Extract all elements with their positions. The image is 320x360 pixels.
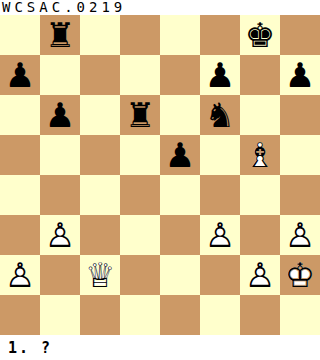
square-d6[interactable]: ♜ xyxy=(120,95,160,135)
piece-white-king: ♚♔ xyxy=(280,255,320,295)
piece-black-knight: ♞ xyxy=(200,95,240,135)
square-f5[interactable] xyxy=(200,135,240,175)
square-h6[interactable] xyxy=(280,95,320,135)
square-g1[interactable] xyxy=(240,295,280,335)
piece-black-pawn: ♟ xyxy=(200,55,240,95)
square-f4[interactable] xyxy=(200,175,240,215)
square-c5[interactable] xyxy=(80,135,120,175)
square-b5[interactable] xyxy=(40,135,80,175)
square-d4[interactable] xyxy=(120,175,160,215)
piece-black-pawn: ♟ xyxy=(160,135,200,175)
square-d8[interactable] xyxy=(120,15,160,55)
square-c1[interactable] xyxy=(80,295,120,335)
square-c6[interactable] xyxy=(80,95,120,135)
square-a7[interactable]: ♟ xyxy=(0,55,40,95)
piece-black-king: ♚ xyxy=(240,15,280,55)
square-b4[interactable] xyxy=(40,175,80,215)
square-e2[interactable] xyxy=(160,255,200,295)
move-prompt-bar: 1. ? xyxy=(0,335,320,360)
square-f7[interactable]: ♟ xyxy=(200,55,240,95)
piece-white-pawn: ♟♙ xyxy=(40,215,80,255)
piece-white-pawn: ♟♙ xyxy=(240,255,280,295)
square-g5[interactable]: ♝♗ xyxy=(240,135,280,175)
piece-white-pawn: ♟♙ xyxy=(200,215,240,255)
square-d7[interactable] xyxy=(120,55,160,95)
piece-white-pawn: ♟♙ xyxy=(0,255,40,295)
square-b7[interactable] xyxy=(40,55,80,95)
square-b2[interactable] xyxy=(40,255,80,295)
square-a8[interactable] xyxy=(0,15,40,55)
square-h2[interactable]: ♚♔ xyxy=(280,255,320,295)
square-e4[interactable] xyxy=(160,175,200,215)
square-c2[interactable]: ♛♕ xyxy=(80,255,120,295)
piece-white-pawn: ♟♙ xyxy=(280,215,320,255)
square-b6[interactable]: ♟ xyxy=(40,95,80,135)
square-g4[interactable] xyxy=(240,175,280,215)
piece-black-pawn: ♟ xyxy=(0,55,40,95)
square-f8[interactable] xyxy=(200,15,240,55)
square-b8[interactable]: ♜ xyxy=(40,15,80,55)
square-f3[interactable]: ♟♙ xyxy=(200,215,240,255)
square-f6[interactable]: ♞ xyxy=(200,95,240,135)
square-e5[interactable]: ♟ xyxy=(160,135,200,175)
square-h7[interactable]: ♟ xyxy=(280,55,320,95)
square-d3[interactable] xyxy=(120,215,160,255)
square-a1[interactable] xyxy=(0,295,40,335)
square-e6[interactable] xyxy=(160,95,200,135)
square-g2[interactable]: ♟♙ xyxy=(240,255,280,295)
square-g7[interactable] xyxy=(240,55,280,95)
piece-black-rook: ♜ xyxy=(120,95,160,135)
square-b1[interactable] xyxy=(40,295,80,335)
square-g6[interactable] xyxy=(240,95,280,135)
square-h8[interactable] xyxy=(280,15,320,55)
diagram-title-bar: WCSAC.0219 xyxy=(0,0,320,15)
piece-black-pawn: ♟ xyxy=(40,95,80,135)
piece-black-rook: ♜ xyxy=(40,15,80,55)
square-h1[interactable] xyxy=(280,295,320,335)
square-a3[interactable] xyxy=(0,215,40,255)
square-h3[interactable]: ♟♙ xyxy=(280,215,320,255)
square-e8[interactable] xyxy=(160,15,200,55)
square-a6[interactable] xyxy=(0,95,40,135)
square-d2[interactable] xyxy=(120,255,160,295)
chess-board: ♜♚♟♟♟♟♜♞♟♝♗♟♙♟♙♟♙♟♙♛♕♟♙♚♔ xyxy=(0,15,320,335)
square-c3[interactable] xyxy=(80,215,120,255)
square-e7[interactable] xyxy=(160,55,200,95)
diagram-title: WCSAC.0219 xyxy=(2,0,126,15)
square-h5[interactable] xyxy=(280,135,320,175)
square-f1[interactable] xyxy=(200,295,240,335)
piece-black-pawn: ♟ xyxy=(280,55,320,95)
square-a5[interactable] xyxy=(0,135,40,175)
square-c7[interactable] xyxy=(80,55,120,95)
square-c4[interactable] xyxy=(80,175,120,215)
square-a2[interactable]: ♟♙ xyxy=(0,255,40,295)
square-g3[interactable] xyxy=(240,215,280,255)
square-d1[interactable] xyxy=(120,295,160,335)
square-e3[interactable] xyxy=(160,215,200,255)
square-e1[interactable] xyxy=(160,295,200,335)
move-prompt: 1. ? xyxy=(8,339,52,357)
square-g8[interactable]: ♚ xyxy=(240,15,280,55)
square-f2[interactable] xyxy=(200,255,240,295)
piece-white-bishop: ♝♗ xyxy=(240,135,280,175)
square-d5[interactable] xyxy=(120,135,160,175)
square-h4[interactable] xyxy=(280,175,320,215)
square-a4[interactable] xyxy=(0,175,40,215)
square-c8[interactable] xyxy=(80,15,120,55)
square-b3[interactable]: ♟♙ xyxy=(40,215,80,255)
piece-white-queen: ♛♕ xyxy=(80,255,120,295)
